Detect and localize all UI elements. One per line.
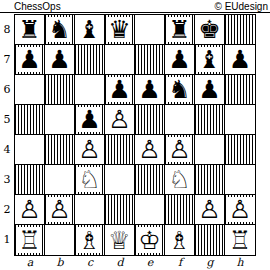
title-bar: ChessOps © EUdesign bbox=[0, 0, 270, 13]
file-label-b: b bbox=[45, 256, 75, 270]
file-label-d: d bbox=[105, 256, 135, 270]
black-pawn-g6[interactable]: ♟ bbox=[197, 77, 222, 102]
square-f1[interactable]: ♗ bbox=[165, 225, 195, 255]
square-e1[interactable]: ♔ bbox=[135, 225, 165, 255]
square-h6[interactable] bbox=[225, 75, 255, 105]
square-h1[interactable]: ♖ bbox=[225, 225, 255, 255]
black-pawn-e6[interactable]: ♟ bbox=[137, 77, 162, 102]
black-pawn-h7[interactable]: ♟ bbox=[227, 47, 253, 72]
black-bishop-g7[interactable]: ♝ bbox=[197, 47, 222, 72]
black-pawn-d6[interactable]: ♟ bbox=[107, 77, 132, 102]
chess-board[interactable]: ♜♞♝♛♜♚♟♟♟♝♟♟♟♞♟♟♙♙♙♙♘♘♙♙♙♙♖♗♕♔♗♖ bbox=[14, 14, 256, 256]
rank-label-2: 2 bbox=[0, 194, 14, 224]
square-a3[interactable] bbox=[15, 165, 45, 195]
square-d8[interactable]: ♛ bbox=[105, 15, 135, 45]
square-b7[interactable]: ♟ bbox=[45, 45, 75, 75]
square-g5[interactable] bbox=[195, 105, 225, 135]
white-rook-h1[interactable]: ♖ bbox=[227, 227, 253, 253]
square-f6[interactable]: ♞ bbox=[165, 75, 195, 105]
square-h5[interactable] bbox=[225, 105, 255, 135]
square-d4[interactable] bbox=[105, 135, 135, 165]
app-window: ChessOps © EUdesign 87654321 ♜♞♝♛♜♚♟♟♟♝♟… bbox=[0, 0, 270, 270]
square-c4[interactable]: ♙ bbox=[75, 135, 105, 165]
file-label-c: c bbox=[75, 256, 105, 270]
square-d3[interactable] bbox=[105, 165, 135, 195]
white-pawn-g2[interactable]: ♙ bbox=[197, 197, 222, 222]
file-label-e: e bbox=[135, 256, 165, 270]
black-pawn-a7[interactable]: ♟ bbox=[17, 47, 42, 72]
black-pawn-b7[interactable]: ♟ bbox=[47, 47, 72, 72]
square-a2[interactable]: ♙ bbox=[15, 195, 45, 225]
square-f8[interactable]: ♜ bbox=[165, 15, 195, 45]
square-f3[interactable]: ♘ bbox=[165, 165, 195, 195]
square-h8[interactable] bbox=[225, 15, 255, 45]
file-labels: abcdefgh bbox=[15, 256, 270, 270]
square-b8[interactable]: ♞ bbox=[45, 15, 75, 45]
white-pawn-f4[interactable]: ♙ bbox=[167, 137, 192, 162]
square-a4[interactable] bbox=[15, 135, 45, 165]
black-bishop-c8[interactable]: ♝ bbox=[77, 17, 102, 42]
square-c8[interactable]: ♝ bbox=[75, 15, 105, 45]
white-queen-d1[interactable]: ♕ bbox=[107, 227, 132, 253]
square-a6[interactable] bbox=[15, 75, 45, 105]
square-b6[interactable] bbox=[45, 75, 75, 105]
white-pawn-d5[interactable]: ♙ bbox=[107, 107, 132, 132]
black-rook-a8[interactable]: ♜ bbox=[17, 17, 42, 42]
rank-label-5: 5 bbox=[0, 104, 14, 134]
rank-label-1: 1 bbox=[0, 224, 14, 254]
rank-label-4: 4 bbox=[0, 134, 14, 164]
board-area: 87654321 ♜♞♝♛♜♚♟♟♟♝♟♟♟♞♟♟♙♙♙♙♘♘♙♙♙♙♖♗♕♔♗… bbox=[0, 13, 270, 256]
square-h2[interactable]: ♙ bbox=[225, 195, 255, 225]
square-a7[interactable]: ♟ bbox=[15, 45, 45, 75]
rank-label-3: 3 bbox=[0, 164, 14, 194]
white-bishop-c1[interactable]: ♗ bbox=[77, 227, 102, 253]
square-a5[interactable] bbox=[15, 105, 45, 135]
white-pawn-b2[interactable]: ♙ bbox=[47, 197, 72, 222]
black-pawn-c5[interactable]: ♟ bbox=[77, 107, 102, 132]
square-a8[interactable]: ♜ bbox=[15, 15, 45, 45]
file-label-g: g bbox=[195, 256, 225, 270]
black-rook-f8[interactable]: ♜ bbox=[167, 17, 192, 42]
square-e5[interactable] bbox=[135, 105, 165, 135]
square-g6[interactable]: ♟ bbox=[195, 75, 225, 105]
square-g1[interactable] bbox=[195, 225, 225, 255]
square-e6[interactable]: ♟ bbox=[135, 75, 165, 105]
square-b3[interactable] bbox=[45, 165, 75, 195]
square-d2[interactable] bbox=[105, 195, 135, 225]
white-king-e1[interactable]: ♔ bbox=[137, 227, 162, 253]
square-d6[interactable]: ♟ bbox=[105, 75, 135, 105]
square-d5[interactable]: ♙ bbox=[105, 105, 135, 135]
black-knight-b8[interactable]: ♞ bbox=[47, 17, 72, 42]
rank-label-8: 8 bbox=[0, 14, 14, 44]
square-b2[interactable]: ♙ bbox=[45, 195, 75, 225]
file-label-f: f bbox=[165, 256, 195, 270]
black-king-g8[interactable]: ♚ bbox=[197, 17, 222, 42]
square-g7[interactable]: ♝ bbox=[195, 45, 225, 75]
square-d7[interactable] bbox=[105, 45, 135, 75]
square-g8[interactable]: ♚ bbox=[195, 15, 225, 45]
square-g3[interactable] bbox=[195, 165, 225, 195]
square-c2[interactable] bbox=[75, 195, 105, 225]
black-queen-d8[interactable]: ♛ bbox=[107, 17, 132, 42]
white-rook-a1[interactable]: ♖ bbox=[17, 227, 42, 253]
rank-label-7: 7 bbox=[0, 44, 14, 74]
white-bishop-f1[interactable]: ♗ bbox=[167, 227, 192, 253]
square-c6[interactable] bbox=[75, 75, 105, 105]
black-pawn-f7[interactable]: ♟ bbox=[167, 47, 192, 72]
app-title: ChessOps bbox=[14, 1, 61, 12]
square-b5[interactable] bbox=[45, 105, 75, 135]
square-b1[interactable] bbox=[45, 225, 75, 255]
square-h3[interactable] bbox=[225, 165, 255, 195]
credit-label: © EUdesign bbox=[214, 1, 268, 12]
square-c1[interactable]: ♗ bbox=[75, 225, 105, 255]
white-pawn-h2[interactable]: ♙ bbox=[227, 197, 253, 222]
white-pawn-e4[interactable]: ♙ bbox=[137, 137, 162, 162]
square-c5[interactable]: ♟ bbox=[75, 105, 105, 135]
rank-labels: 87654321 bbox=[0, 13, 14, 256]
square-f7[interactable]: ♟ bbox=[165, 45, 195, 75]
square-a1[interactable]: ♖ bbox=[15, 225, 45, 255]
rank-label-6: 6 bbox=[0, 74, 14, 104]
square-e2[interactable] bbox=[135, 195, 165, 225]
square-f5[interactable] bbox=[165, 105, 195, 135]
square-g4[interactable] bbox=[195, 135, 225, 165]
square-g2[interactable]: ♙ bbox=[195, 195, 225, 225]
square-e7[interactable] bbox=[135, 45, 165, 75]
square-e8[interactable] bbox=[135, 15, 165, 45]
square-f4[interactable]: ♙ bbox=[165, 135, 195, 165]
file-label-a: a bbox=[15, 256, 45, 270]
square-e3[interactable] bbox=[135, 165, 165, 195]
white-pawn-a2[interactable]: ♙ bbox=[17, 197, 42, 222]
square-c3[interactable]: ♘ bbox=[75, 165, 105, 195]
square-h7[interactable]: ♟ bbox=[225, 45, 255, 75]
square-h4[interactable] bbox=[225, 135, 255, 165]
square-e4[interactable]: ♙ bbox=[135, 135, 165, 165]
square-c7[interactable] bbox=[75, 45, 105, 75]
black-knight-f6[interactable]: ♞ bbox=[167, 77, 192, 102]
white-knight-f3[interactable]: ♘ bbox=[167, 167, 192, 192]
square-f2[interactable] bbox=[165, 195, 195, 225]
square-b4[interactable] bbox=[45, 135, 75, 165]
square-d1[interactable]: ♕ bbox=[105, 225, 135, 255]
white-knight-c3[interactable]: ♘ bbox=[77, 167, 102, 192]
file-label-h: h bbox=[225, 256, 255, 270]
white-pawn-c4[interactable]: ♙ bbox=[77, 137, 102, 162]
